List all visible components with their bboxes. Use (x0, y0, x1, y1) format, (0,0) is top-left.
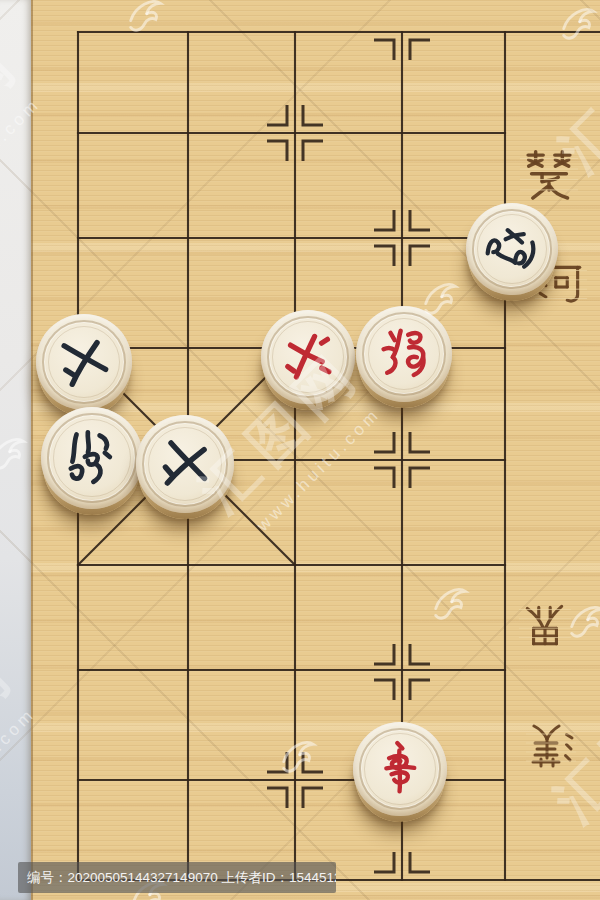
caption-text: 编号：20200505144327149070 上传者ID：1544512 (27, 870, 336, 885)
stock-photo-caption-bar: 编号：20200505144327149070 上传者ID：1544512 (18, 862, 336, 893)
piece-face: 馬 (466, 203, 558, 295)
piece-face: 士 (136, 415, 234, 513)
piece-black-horse: 馬 (466, 203, 558, 295)
glyph-pao (371, 321, 437, 387)
piece-face: 將 (41, 407, 143, 509)
carved-char-chu: 楚 (520, 146, 578, 206)
glyph-shi (149, 428, 221, 500)
photo-stage: 楚 河 界 漢 (0, 0, 600, 900)
piece-red-soldier: 兵 (261, 310, 355, 404)
piece-face: 兵 (261, 310, 355, 404)
piece-face: 士 (36, 314, 132, 410)
glyph-shi (47, 325, 120, 398)
glyph-jiang (56, 422, 128, 494)
glyph-bing (274, 323, 342, 391)
piece-red-cannon: 炮 (356, 306, 452, 402)
carved-char-han-inverted: 漢 (522, 720, 580, 770)
piece-face: 車 (353, 722, 447, 816)
piece-black-advisor-2: 士 (136, 415, 234, 513)
glyph-ju (368, 737, 432, 801)
piece-black-advisor-1: 士 (36, 314, 132, 410)
piece-black-general: 將 (41, 407, 143, 509)
piece-face: 炮 (356, 306, 452, 402)
piece-red-chariot: 車 (353, 722, 447, 816)
glyph-ma (473, 210, 551, 288)
carved-char-jie-inverted: 界 (519, 594, 571, 652)
